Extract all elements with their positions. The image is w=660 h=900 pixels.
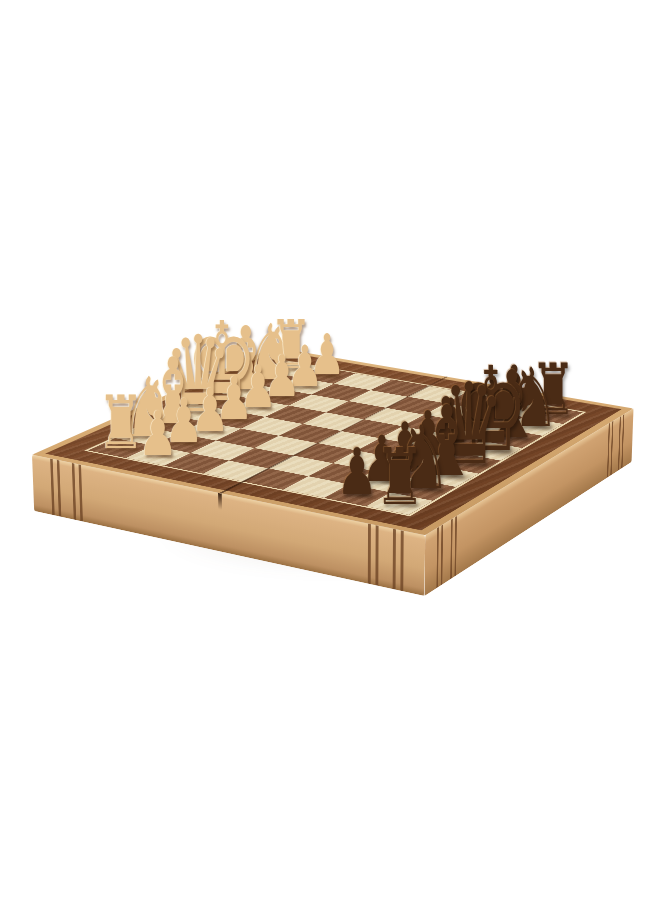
corner-groove [72, 463, 76, 520]
fold-notch [218, 493, 222, 510]
chess-board [32, 347, 633, 535]
corner-groove [621, 414, 624, 469]
photo-canvas: ♜♟♟♜♞♟♟♞♝♟♟♝♚♟♟♚♛♟♟♛♝♟♟♝♞♟♟♞♜♟♟♜ [0, 0, 660, 900]
corner-groove [450, 519, 452, 580]
corner-groove [79, 464, 83, 521]
corner-groove [436, 527, 438, 588]
corner-groove [57, 460, 61, 517]
corner-groove [375, 525, 378, 586]
scene: ♜♟♟♜♞♟♟♞♝♟♟♝♚♟♟♚♛♟♟♛♝♟♟♝♞♟♟♞♜♟♟♜ [0, 0, 660, 900]
corner-groove [610, 421, 613, 476]
corner-groove [368, 524, 371, 585]
corner-groove [400, 530, 403, 591]
corner-groove [441, 524, 443, 585]
corner-groove [454, 516, 456, 577]
corner-groove [393, 529, 396, 590]
corner-groove [50, 459, 55, 516]
